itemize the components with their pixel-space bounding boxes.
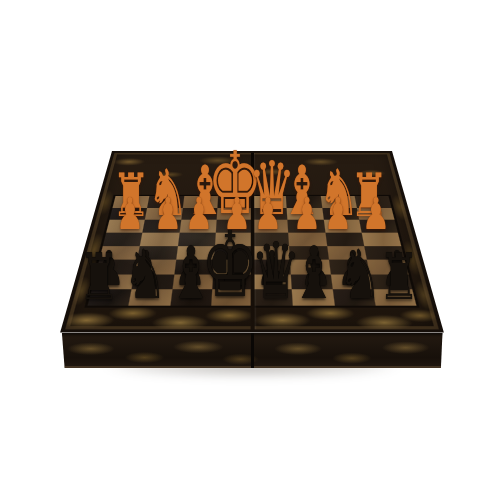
square-h7 — [92, 274, 135, 289]
square-a5 — [364, 246, 405, 260]
square-f8 — [170, 290, 212, 306]
square-d2 — [252, 208, 288, 220]
square-f5 — [176, 246, 215, 260]
square-g5 — [137, 246, 177, 260]
square-g6 — [135, 260, 176, 275]
square-a1 — [354, 196, 391, 208]
square-c7 — [291, 274, 332, 289]
photo-scene: ♜♞♝♚♛♝♞♜♟♟♟♟♟♟♟♟♟♟♟♟♟♟♟♟♜♞♝♚♛♝♞♜ — [0, 0, 500, 500]
square-b2 — [322, 208, 359, 220]
square-b6 — [328, 260, 369, 275]
square-e8 — [211, 290, 252, 306]
square-e4 — [215, 233, 252, 246]
square-h1 — [113, 196, 150, 208]
square-e2 — [216, 208, 252, 220]
square-h4 — [103, 233, 143, 246]
square-d4 — [252, 233, 289, 246]
square-f4 — [177, 233, 215, 246]
square-h8 — [88, 290, 132, 306]
square-b8 — [332, 290, 375, 306]
square-a3 — [359, 220, 398, 233]
square-a2 — [357, 208, 395, 220]
square-h6 — [96, 260, 138, 275]
square-g1 — [147, 196, 183, 208]
square-e6 — [213, 260, 252, 275]
square-d7 — [252, 274, 292, 289]
square-f7 — [172, 274, 213, 289]
square-b5 — [327, 246, 367, 260]
square-g8 — [129, 290, 172, 306]
square-d1 — [252, 196, 287, 208]
square-b3 — [323, 220, 361, 233]
square-f1 — [182, 196, 218, 208]
hinge-seam-front — [251, 333, 254, 368]
square-c1 — [286, 196, 322, 208]
square-a8 — [372, 290, 416, 306]
square-b4 — [325, 233, 364, 246]
square-g3 — [143, 220, 181, 233]
square-d6 — [252, 260, 291, 275]
chess-board — [60, 151, 444, 333]
square-h2 — [109, 208, 147, 220]
square-f3 — [179, 220, 216, 233]
square-e5 — [214, 246, 252, 260]
box-front-face — [60, 333, 444, 368]
square-b7 — [330, 274, 372, 289]
square-c4 — [288, 233, 326, 246]
square-b1 — [320, 196, 356, 208]
square-d8 — [252, 290, 293, 306]
square-c3 — [288, 220, 325, 233]
square-c6 — [290, 260, 330, 275]
square-f2 — [181, 208, 217, 220]
square-h3 — [106, 220, 145, 233]
square-a4 — [361, 233, 401, 246]
square-f6 — [174, 260, 214, 275]
square-d3 — [252, 220, 288, 233]
square-e7 — [212, 274, 252, 289]
hinge-seam-top — [250, 153, 254, 330]
square-c5 — [289, 246, 328, 260]
square-d5 — [252, 246, 290, 260]
square-g4 — [140, 233, 179, 246]
square-a6 — [367, 260, 409, 275]
square-g2 — [145, 208, 182, 220]
square-c2 — [287, 208, 323, 220]
square-e1 — [217, 196, 252, 208]
square-h5 — [99, 246, 140, 260]
square-g7 — [132, 274, 174, 289]
square-a7 — [369, 274, 412, 289]
square-e3 — [216, 220, 252, 233]
square-c8 — [292, 290, 334, 306]
